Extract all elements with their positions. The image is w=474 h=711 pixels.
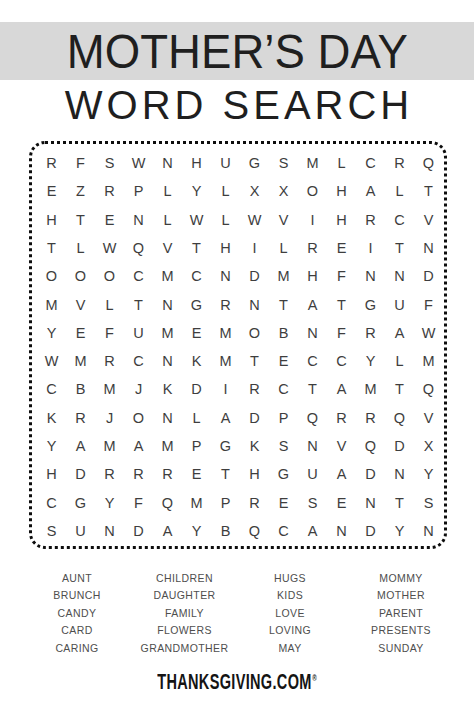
grid-cell[interactable]: O bbox=[240, 319, 269, 347]
grid-cell[interactable]: D bbox=[66, 460, 95, 488]
grid-cell[interactable]: C bbox=[37, 488, 66, 516]
grid-cell[interactable]: N bbox=[327, 517, 356, 545]
grid-cell[interactable]: R bbox=[356, 319, 385, 347]
grid-cell[interactable]: O bbox=[298, 177, 327, 205]
grid-cell[interactable]: D bbox=[240, 404, 269, 432]
grid-cell[interactable]: T bbox=[66, 206, 95, 234]
grid-cell[interactable]: F bbox=[327, 262, 356, 290]
word-list-item: CARD bbox=[20, 622, 134, 639]
title-band: MOTHER’S DAY bbox=[0, 22, 474, 80]
grid-cell[interactable]: T bbox=[240, 347, 269, 375]
grid-cell[interactable]: N bbox=[385, 460, 414, 488]
grid-cell[interactable]: E bbox=[269, 347, 298, 375]
grid-cell[interactable]: M bbox=[414, 347, 443, 375]
grid-cell[interactable]: N bbox=[211, 262, 240, 290]
grid-cell[interactable]: M bbox=[37, 290, 66, 318]
grid-cell[interactable]: N bbox=[356, 262, 385, 290]
grid-cell[interactable]: A bbox=[66, 432, 95, 460]
grid-cell[interactable]: A bbox=[124, 432, 153, 460]
word-list-item: AUNT bbox=[20, 570, 134, 587]
grid-cell[interactable]: T bbox=[269, 290, 298, 318]
grid-cell[interactable]: W bbox=[240, 206, 269, 234]
grid-cell[interactable]: R bbox=[153, 460, 182, 488]
grid-cell[interactable]: K bbox=[182, 347, 211, 375]
grid-cell[interactable]: R bbox=[385, 149, 414, 177]
grid-cell[interactable]: M bbox=[153, 432, 182, 460]
grid-cell[interactable]: T bbox=[124, 290, 153, 318]
grid-cell[interactable]: M bbox=[269, 262, 298, 290]
grid-cell[interactable]: R bbox=[95, 460, 124, 488]
grid-cell[interactable]: Q bbox=[414, 375, 443, 403]
grid-cell[interactable]: Y bbox=[37, 319, 66, 347]
grid-cell[interactable]: A bbox=[327, 375, 356, 403]
word-list-item: PARENT bbox=[345, 605, 457, 622]
footer-brand-text: THANKSGIVING.COM bbox=[157, 669, 312, 694]
grid-cell[interactable]: I bbox=[356, 234, 385, 262]
grid-cell[interactable]: F bbox=[66, 149, 95, 177]
word-list-item: CANDY bbox=[20, 605, 134, 622]
grid-cell[interactable]: L bbox=[385, 177, 414, 205]
grid-cell[interactable]: L bbox=[95, 290, 124, 318]
grid-cell[interactable]: C bbox=[269, 375, 298, 403]
word-list-item: MOTHER bbox=[345, 587, 457, 604]
grid-cell[interactable]: M bbox=[298, 149, 327, 177]
grid-cell[interactable]: H bbox=[240, 460, 269, 488]
footer: THANKSGIVING.COM® bbox=[0, 667, 474, 693]
word-list-item: FLOWERS bbox=[134, 622, 235, 639]
grid-cell[interactable]: D bbox=[240, 262, 269, 290]
grid-cell[interactable]: A bbox=[211, 404, 240, 432]
grid-cell[interactable]: Y bbox=[414, 460, 443, 488]
grid-cell[interactable]: A bbox=[298, 290, 327, 318]
word-list-item: MAY bbox=[235, 640, 345, 657]
word-list-item: PRESENTS bbox=[345, 622, 457, 639]
grid-cell[interactable]: I bbox=[211, 375, 240, 403]
grid-cell[interactable]: N bbox=[298, 319, 327, 347]
grid-cell[interactable]: H bbox=[37, 206, 66, 234]
grid-cell[interactable]: Q bbox=[240, 517, 269, 545]
grid-cell[interactable]: E bbox=[327, 488, 356, 516]
grid-cell[interactable]: D bbox=[356, 460, 385, 488]
grid-cell[interactable]: R bbox=[298, 234, 327, 262]
grid-cell[interactable]: O bbox=[66, 262, 95, 290]
grid-cell[interactable]: G bbox=[356, 290, 385, 318]
word-column: HUGSKIDSLOVELOVINGMAY bbox=[235, 570, 345, 657]
footer-brand: THANKSGIVING.COM® bbox=[157, 667, 317, 693]
grid-cell[interactable]: H bbox=[298, 262, 327, 290]
grid-cell[interactable]: O bbox=[37, 262, 66, 290]
grid-cell[interactable]: R bbox=[95, 177, 124, 205]
grid-cell[interactable]: N bbox=[153, 290, 182, 318]
grid-cell[interactable]: U bbox=[66, 517, 95, 545]
grid-cell[interactable]: U bbox=[211, 149, 240, 177]
grid-cell[interactable]: T bbox=[385, 234, 414, 262]
grid-cell[interactable]: A bbox=[356, 177, 385, 205]
grid-cell[interactable]: T bbox=[385, 375, 414, 403]
grid-cell[interactable]: S bbox=[95, 149, 124, 177]
grid-cell[interactable]: M bbox=[182, 488, 211, 516]
grid-cell[interactable]: H bbox=[211, 234, 240, 262]
grid-cell[interactable]: P bbox=[269, 404, 298, 432]
grid-cell[interactable]: E bbox=[269, 488, 298, 516]
grid-cell[interactable]: E bbox=[95, 206, 124, 234]
grid-cell[interactable]: U bbox=[385, 290, 414, 318]
word-list-item: LOVE bbox=[235, 605, 345, 622]
grid-cell[interactable]: N bbox=[356, 488, 385, 516]
grid-cell[interactable]: L bbox=[385, 347, 414, 375]
grid-cell[interactable]: N bbox=[153, 404, 182, 432]
grid-cell[interactable]: F bbox=[95, 319, 124, 347]
grid-cell[interactable]: U bbox=[124, 319, 153, 347]
grid-cell[interactable]: D bbox=[124, 517, 153, 545]
grid-cell[interactable]: V bbox=[414, 206, 443, 234]
grid-cell[interactable]: S bbox=[269, 432, 298, 460]
grid-cell[interactable]: X bbox=[414, 432, 443, 460]
grid-cell[interactable]: Z bbox=[66, 177, 95, 205]
word-list-item: CHILDREN bbox=[134, 570, 235, 587]
grid-cell[interactable]: G bbox=[66, 488, 95, 516]
grid-cell[interactable]: G bbox=[211, 432, 240, 460]
grid-cell[interactable]: T bbox=[414, 177, 443, 205]
grid-cell[interactable]: V bbox=[66, 290, 95, 318]
grid-cell[interactable]: Y bbox=[182, 177, 211, 205]
grid-cell[interactable]: R bbox=[356, 404, 385, 432]
grid-cell[interactable]: W bbox=[124, 149, 153, 177]
grid-cell[interactable]: M bbox=[153, 262, 182, 290]
grid-cell[interactable]: P bbox=[182, 432, 211, 460]
grid-cell[interactable]: L bbox=[153, 177, 182, 205]
grid-cell[interactable]: Y bbox=[37, 432, 66, 460]
grid-cell[interactable]: L bbox=[211, 177, 240, 205]
grid-cell[interactable]: T bbox=[385, 488, 414, 516]
grid-cell[interactable]: F bbox=[124, 488, 153, 516]
grid-cell[interactable]: A bbox=[385, 319, 414, 347]
grid-cell[interactable]: C bbox=[385, 206, 414, 234]
page-title: MOTHER’S DAY bbox=[67, 23, 408, 79]
grid-cell[interactable]: H bbox=[182, 149, 211, 177]
word-search-grid: RFSWNHUGSMLCRQEZRPLYLXXOHALTHTENLWLWVIHR… bbox=[29, 141, 447, 549]
grid-cell[interactable]: R bbox=[240, 375, 269, 403]
grid-cell[interactable]: K bbox=[153, 375, 182, 403]
grid-cell[interactable]: G bbox=[240, 149, 269, 177]
grid-cell[interactable]: T bbox=[327, 290, 356, 318]
grid-cell[interactable]: V bbox=[153, 234, 182, 262]
word-list-item: KIDS bbox=[235, 587, 345, 604]
grid-cell[interactable]: N bbox=[298, 432, 327, 460]
grid-cell[interactable]: P bbox=[124, 177, 153, 205]
grid-cell[interactable]: L bbox=[327, 149, 356, 177]
grid-cell[interactable]: T bbox=[182, 234, 211, 262]
grid-cell[interactable]: S bbox=[298, 488, 327, 516]
grid-cell[interactable]: K bbox=[37, 404, 66, 432]
grid-cell[interactable]: Q bbox=[414, 149, 443, 177]
grid-cell[interactable]: M bbox=[153, 319, 182, 347]
grid-cell[interactable]: F bbox=[414, 290, 443, 318]
word-list: AUNTBRUNCHCANDYCARDCARING CHILDRENDAUGHT… bbox=[20, 570, 457, 657]
grid-cell[interactable]: M bbox=[211, 347, 240, 375]
grid-cell[interactable]: A bbox=[327, 460, 356, 488]
word-list-item: GRANDMOTHER bbox=[134, 640, 235, 657]
grid-cell[interactable]: U bbox=[298, 460, 327, 488]
grid-cell[interactable]: G bbox=[182, 290, 211, 318]
grid-cell[interactable]: S bbox=[37, 517, 66, 545]
grid-cell[interactable]: R bbox=[356, 206, 385, 234]
grid-cell[interactable]: C bbox=[356, 149, 385, 177]
grid-cell[interactable]: M bbox=[95, 375, 124, 403]
grid-cell[interactable]: I bbox=[240, 234, 269, 262]
grid-cell[interactable]: Q bbox=[356, 432, 385, 460]
grid-cell[interactable]: L bbox=[182, 404, 211, 432]
grid-cell[interactable]: T bbox=[37, 234, 66, 262]
grid-cell[interactable]: M bbox=[211, 319, 240, 347]
word-list-item: MOMMY bbox=[345, 570, 457, 587]
grid-cell[interactable]: B bbox=[211, 517, 240, 545]
grid-cell[interactable]: O bbox=[95, 262, 124, 290]
grid-cell[interactable]: R bbox=[211, 290, 240, 318]
grid-cell[interactable]: F bbox=[327, 319, 356, 347]
word-column: CHILDRENDAUGHTERFAMILYFLOWERSGRANDMOTHER bbox=[134, 570, 235, 657]
grid-cell[interactable]: W bbox=[37, 347, 66, 375]
grid-cell[interactable]: G bbox=[269, 460, 298, 488]
grid-cell[interactable]: H bbox=[37, 460, 66, 488]
grid-cell[interactable]: R bbox=[95, 347, 124, 375]
word-list-item: FAMILY bbox=[134, 605, 235, 622]
grid-cell[interactable]: H bbox=[327, 206, 356, 234]
word-list-item: DAUGHTER bbox=[134, 587, 235, 604]
grid-cell[interactable]: J bbox=[124, 375, 153, 403]
grid-cell[interactable]: N bbox=[414, 234, 443, 262]
grid-cell[interactable]: D bbox=[385, 432, 414, 460]
grid-cell[interactable]: Y bbox=[95, 488, 124, 516]
grid-cell[interactable]: A bbox=[153, 517, 182, 545]
trademark-symbol: ® bbox=[312, 673, 317, 683]
grid-cell[interactable]: V bbox=[269, 206, 298, 234]
grid-cell[interactable]: V bbox=[327, 432, 356, 460]
word-column: MOMMYMOTHERPARENTPRESENTSSUNDAY bbox=[345, 570, 457, 657]
grid-cell[interactable]: C bbox=[298, 347, 327, 375]
grid-cell[interactable]: A bbox=[298, 517, 327, 545]
grid-cell[interactable]: S bbox=[414, 488, 443, 516]
grid-cell[interactable]: R bbox=[240, 488, 269, 516]
word-list-item: HUGS bbox=[235, 570, 345, 587]
grid-cell[interactable]: Q bbox=[385, 404, 414, 432]
grid-cell[interactable]: N bbox=[414, 517, 443, 545]
grid-cell[interactable]: D bbox=[182, 375, 211, 403]
grid-cell[interactable]: W bbox=[414, 319, 443, 347]
grid-cell[interactable]: N bbox=[385, 262, 414, 290]
word-list-item: CARING bbox=[20, 640, 134, 657]
page-subtitle: WORD SEARCH bbox=[0, 85, 474, 125]
grid-cell[interactable]: E bbox=[66, 319, 95, 347]
grid-cell[interactable]: O bbox=[124, 404, 153, 432]
grid-cell[interactable]: K bbox=[240, 432, 269, 460]
grid-cell[interactable]: M bbox=[66, 347, 95, 375]
grid-cell[interactable]: P bbox=[211, 488, 240, 516]
grid-cell[interactable]: T bbox=[298, 375, 327, 403]
grid-cell[interactable]: Q bbox=[298, 404, 327, 432]
grid-cell[interactable]: L bbox=[211, 206, 240, 234]
grid-cell[interactable]: E bbox=[182, 460, 211, 488]
grid-cell[interactable]: D bbox=[414, 262, 443, 290]
grid-cell[interactable]: Y bbox=[182, 517, 211, 545]
grid-cell[interactable]: C bbox=[327, 347, 356, 375]
grid-cell[interactable]: M bbox=[95, 432, 124, 460]
grid-cell[interactable]: E bbox=[327, 234, 356, 262]
grid-cell[interactable]: R bbox=[124, 460, 153, 488]
grid-cell[interactable]: Y bbox=[356, 347, 385, 375]
grid-cell[interactable]: Y bbox=[385, 517, 414, 545]
grid-cell[interactable]: B bbox=[66, 375, 95, 403]
word-column: AUNTBRUNCHCANDYCARDCARING bbox=[20, 570, 134, 657]
grid-cell[interactable]: B bbox=[269, 319, 298, 347]
grid-cell[interactable]: W bbox=[182, 206, 211, 234]
word-list-item: BRUNCH bbox=[20, 587, 134, 604]
grid-cell[interactable]: Q bbox=[153, 488, 182, 516]
grid-cell[interactable]: L bbox=[66, 234, 95, 262]
grid-cell[interactable]: N bbox=[240, 290, 269, 318]
grid-cell[interactable]: M bbox=[356, 375, 385, 403]
grid-cell[interactable]: N bbox=[153, 149, 182, 177]
word-list-item: SUNDAY bbox=[345, 640, 457, 657]
grid-cell[interactable]: J bbox=[95, 404, 124, 432]
grid-cell[interactable]: C bbox=[182, 262, 211, 290]
grid-cell[interactable]: C bbox=[124, 347, 153, 375]
grid-cell[interactable]: I bbox=[298, 206, 327, 234]
grid-cell[interactable]: X bbox=[269, 177, 298, 205]
grid-cell[interactable]: E bbox=[182, 319, 211, 347]
grid-cell[interactable]: H bbox=[327, 177, 356, 205]
grid-cell[interactable]: N bbox=[95, 517, 124, 545]
grid-cell[interactable]: N bbox=[124, 206, 153, 234]
grid-cell[interactable]: L bbox=[269, 234, 298, 262]
grid-cell[interactable]: V bbox=[414, 404, 443, 432]
grid-cell[interactable]: N bbox=[153, 347, 182, 375]
grid-cell[interactable]: S bbox=[269, 149, 298, 177]
grid-cell[interactable]: E bbox=[37, 177, 66, 205]
grid-cell[interactable]: R bbox=[66, 404, 95, 432]
grid-cell[interactable]: R bbox=[327, 404, 356, 432]
grid-cell[interactable]: W bbox=[95, 234, 124, 262]
grid-cell[interactable]: C bbox=[37, 375, 66, 403]
grid-cell[interactable]: L bbox=[153, 206, 182, 234]
grid-cell[interactable]: D bbox=[356, 517, 385, 545]
grid-cell[interactable]: T bbox=[211, 460, 240, 488]
grid-cell[interactable]: Q bbox=[124, 234, 153, 262]
grid-cell[interactable]: X bbox=[240, 177, 269, 205]
grid-cell[interactable]: R bbox=[37, 149, 66, 177]
word-list-item: LOVING bbox=[235, 622, 345, 639]
grid-cell[interactable]: C bbox=[269, 517, 298, 545]
grid-cell[interactable]: C bbox=[124, 262, 153, 290]
